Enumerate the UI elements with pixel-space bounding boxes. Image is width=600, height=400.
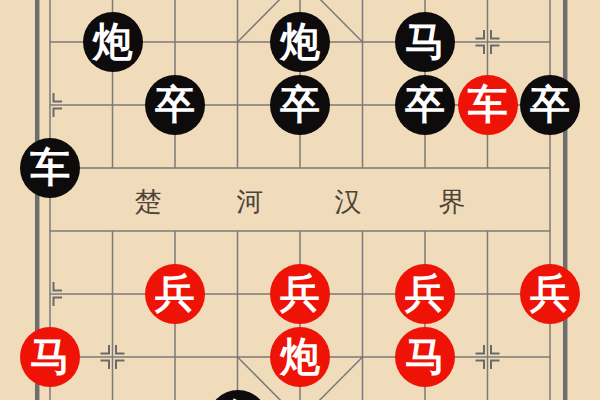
piece-red-soldier-c6[interactable]: 兵 xyxy=(145,264,205,324)
piece-red-horse-g7[interactable]: 马 xyxy=(395,327,455,387)
piece-black-chariot-a4[interactable]: 车 xyxy=(20,138,80,198)
piece-black-cannon-b2[interactable]: 炮 xyxy=(83,12,143,72)
piece-red-chariot-h3[interactable]: 车 xyxy=(458,75,518,135)
piece-black-horse-g2[interactable]: 马 xyxy=(395,12,455,72)
piece-black-soldier-e3[interactable]: 卒 xyxy=(270,75,330,135)
xiangqi-board: 楚 河 汉 界 炮炮马卒卒卒车卒车兵兵兵兵马炮马车 xyxy=(0,0,600,400)
pieces-layer: 炮炮马卒卒卒车卒车兵兵兵兵马炮马车 xyxy=(0,0,600,400)
piece-red-soldier-i6[interactable]: 兵 xyxy=(520,264,580,324)
piece-red-soldier-g6[interactable]: 兵 xyxy=(395,264,455,324)
piece-black-soldier-i3[interactable]: 卒 xyxy=(520,75,580,135)
piece-red-horse-a7[interactable]: 马 xyxy=(20,327,80,387)
piece-red-cannon-e7[interactable]: 炮 xyxy=(270,327,330,387)
piece-black-soldier-c3[interactable]: 卒 xyxy=(145,75,205,135)
piece-black-cannon-e2[interactable]: 炮 xyxy=(270,12,330,72)
piece-black-soldier-g3[interactable]: 卒 xyxy=(395,75,455,135)
piece-red-soldier-e6[interactable]: 兵 xyxy=(270,264,330,324)
piece-black-partial-d8[interactable]: 车 xyxy=(208,390,268,400)
